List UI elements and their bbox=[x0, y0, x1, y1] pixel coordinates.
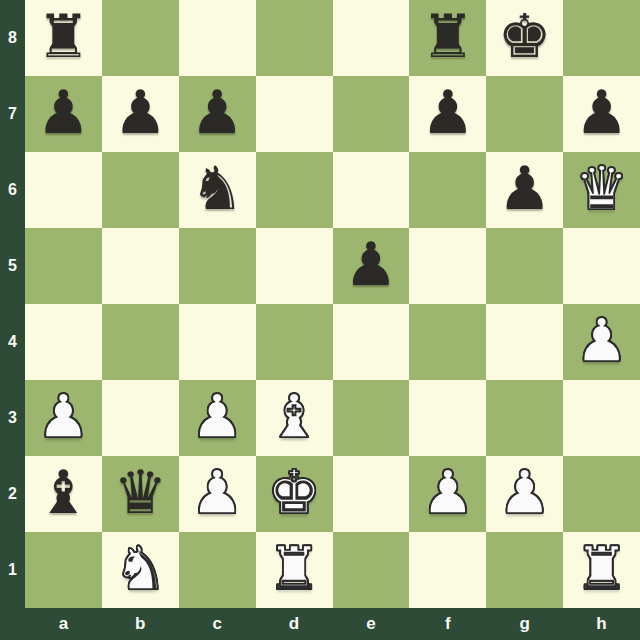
square-h2[interactable] bbox=[563, 456, 640, 532]
square-a3[interactable]: ♟ bbox=[25, 380, 102, 456]
white-pawn[interactable]: ♟ bbox=[498, 462, 552, 522]
rank-label-7: 7 bbox=[0, 76, 25, 152]
white-pawn[interactable]: ♟ bbox=[37, 386, 91, 446]
square-a6[interactable] bbox=[25, 152, 102, 228]
file-labels: abcdefgh bbox=[0, 608, 640, 640]
square-f8[interactable]: ♜ bbox=[409, 0, 486, 76]
square-f1[interactable] bbox=[409, 532, 486, 608]
square-g5[interactable] bbox=[486, 228, 563, 304]
square-b5[interactable] bbox=[102, 228, 179, 304]
white-queen[interactable]: ♛ bbox=[575, 158, 629, 218]
white-rook[interactable]: ♜ bbox=[575, 538, 629, 598]
square-e4[interactable] bbox=[333, 304, 410, 380]
square-f4[interactable] bbox=[409, 304, 486, 380]
white-pawn[interactable]: ♟ bbox=[421, 462, 475, 522]
black-pawn[interactable]: ♟ bbox=[190, 82, 244, 142]
square-c5[interactable] bbox=[179, 228, 256, 304]
square-a4[interactable] bbox=[25, 304, 102, 380]
chess-board: ♜♜♚♟♟♟♟♟♞♟♛♟♟♟♟♝♝♛♟♚♟♟♞♜♜ bbox=[25, 0, 640, 608]
black-bishop[interactable]: ♝ bbox=[37, 462, 91, 522]
square-h7[interactable]: ♟ bbox=[563, 76, 640, 152]
black-rook[interactable]: ♜ bbox=[421, 6, 475, 66]
square-e5[interactable]: ♟ bbox=[333, 228, 410, 304]
square-h4[interactable]: ♟ bbox=[563, 304, 640, 380]
square-d7[interactable] bbox=[256, 76, 333, 152]
square-d1[interactable]: ♜ bbox=[256, 532, 333, 608]
square-c7[interactable]: ♟ bbox=[179, 76, 256, 152]
black-pawn[interactable]: ♟ bbox=[344, 234, 398, 294]
square-e6[interactable] bbox=[333, 152, 410, 228]
square-h6[interactable]: ♛ bbox=[563, 152, 640, 228]
rank-label-3: 3 bbox=[0, 380, 25, 456]
file-label-f: f bbox=[409, 608, 486, 640]
square-g8[interactable]: ♚ bbox=[486, 0, 563, 76]
square-c4[interactable] bbox=[179, 304, 256, 380]
square-b7[interactable]: ♟ bbox=[102, 76, 179, 152]
black-knight[interactable]: ♞ bbox=[190, 158, 244, 218]
square-a7[interactable]: ♟ bbox=[25, 76, 102, 152]
rank-labels: 87654321 bbox=[0, 0, 25, 608]
black-rook[interactable]: ♜ bbox=[37, 6, 91, 66]
rank-label-4: 4 bbox=[0, 304, 25, 380]
file-label-c: c bbox=[179, 608, 256, 640]
square-c3[interactable]: ♟ bbox=[179, 380, 256, 456]
square-h3[interactable] bbox=[563, 380, 640, 456]
white-bishop[interactable]: ♝ bbox=[267, 386, 321, 446]
chess-board-app: 87654321 ♜♜♚♟♟♟♟♟♞♟♛♟♟♟♟♝♝♛♟♚♟♟♞♜♜ abcde… bbox=[0, 0, 640, 640]
square-f2[interactable]: ♟ bbox=[409, 456, 486, 532]
black-pawn[interactable]: ♟ bbox=[575, 82, 629, 142]
square-b8[interactable] bbox=[102, 0, 179, 76]
square-b6[interactable] bbox=[102, 152, 179, 228]
black-pawn[interactable]: ♟ bbox=[113, 82, 167, 142]
square-a8[interactable]: ♜ bbox=[25, 0, 102, 76]
file-label-e: e bbox=[333, 608, 410, 640]
white-pawn[interactable]: ♟ bbox=[575, 310, 629, 370]
white-rook[interactable]: ♜ bbox=[267, 538, 321, 598]
square-h1[interactable]: ♜ bbox=[563, 532, 640, 608]
square-b4[interactable] bbox=[102, 304, 179, 380]
square-f6[interactable] bbox=[409, 152, 486, 228]
file-label-a: a bbox=[25, 608, 102, 640]
square-g6[interactable]: ♟ bbox=[486, 152, 563, 228]
square-c2[interactable]: ♟ bbox=[179, 456, 256, 532]
frame-corner bbox=[0, 608, 25, 640]
rank-label-2: 2 bbox=[0, 456, 25, 532]
square-a1[interactable] bbox=[25, 532, 102, 608]
square-f5[interactable] bbox=[409, 228, 486, 304]
square-c6[interactable]: ♞ bbox=[179, 152, 256, 228]
black-pawn[interactable]: ♟ bbox=[498, 158, 552, 218]
square-d5[interactable] bbox=[256, 228, 333, 304]
square-g1[interactable] bbox=[486, 532, 563, 608]
square-e2[interactable] bbox=[333, 456, 410, 532]
file-label-b: b bbox=[102, 608, 179, 640]
square-g4[interactable] bbox=[486, 304, 563, 380]
square-d8[interactable] bbox=[256, 0, 333, 76]
black-pawn[interactable]: ♟ bbox=[37, 82, 91, 142]
square-g3[interactable] bbox=[486, 380, 563, 456]
square-g7[interactable] bbox=[486, 76, 563, 152]
square-c1[interactable] bbox=[179, 532, 256, 608]
square-e1[interactable] bbox=[333, 532, 410, 608]
square-d3[interactable]: ♝ bbox=[256, 380, 333, 456]
square-b2[interactable]: ♛ bbox=[102, 456, 179, 532]
white-pawn[interactable]: ♟ bbox=[190, 386, 244, 446]
rank-label-5: 5 bbox=[0, 228, 25, 304]
square-d2[interactable]: ♚ bbox=[256, 456, 333, 532]
square-a2[interactable]: ♝ bbox=[25, 456, 102, 532]
square-h8[interactable] bbox=[563, 0, 640, 76]
square-a5[interactable] bbox=[25, 228, 102, 304]
square-e3[interactable] bbox=[333, 380, 410, 456]
square-c8[interactable] bbox=[179, 0, 256, 76]
file-label-g: g bbox=[486, 608, 563, 640]
white-pawn[interactable]: ♟ bbox=[190, 462, 244, 522]
black-king[interactable]: ♚ bbox=[498, 6, 552, 66]
rank-label-1: 1 bbox=[0, 532, 25, 608]
file-label-h: h bbox=[563, 608, 640, 640]
square-f3[interactable] bbox=[409, 380, 486, 456]
square-h5[interactable] bbox=[563, 228, 640, 304]
white-knight[interactable]: ♞ bbox=[113, 538, 167, 598]
square-d6[interactable] bbox=[256, 152, 333, 228]
square-e8[interactable] bbox=[333, 0, 410, 76]
black-pawn[interactable]: ♟ bbox=[421, 82, 475, 142]
square-g2[interactable]: ♟ bbox=[486, 456, 563, 532]
square-b3[interactable] bbox=[102, 380, 179, 456]
square-f7[interactable]: ♟ bbox=[409, 76, 486, 152]
file-label-d: d bbox=[256, 608, 333, 640]
square-d4[interactable] bbox=[256, 304, 333, 380]
black-queen[interactable]: ♛ bbox=[113, 462, 167, 522]
square-e7[interactable] bbox=[333, 76, 410, 152]
rank-label-8: 8 bbox=[0, 0, 25, 76]
rank-label-6: 6 bbox=[0, 152, 25, 228]
square-b1[interactable]: ♞ bbox=[102, 532, 179, 608]
white-king[interactable]: ♚ bbox=[267, 462, 321, 522]
